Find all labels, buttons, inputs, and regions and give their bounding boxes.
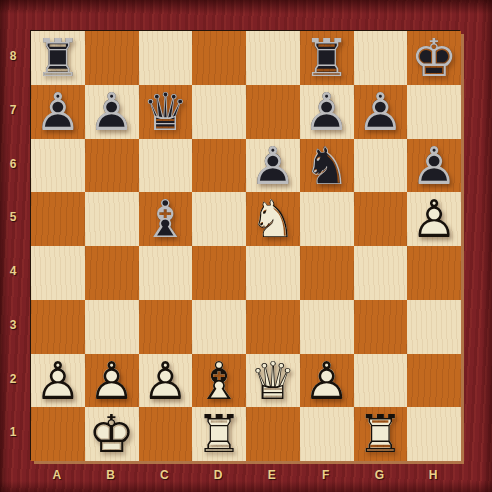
square-a7[interactable]: ♟♙	[31, 85, 85, 139]
file-label-c: C	[138, 461, 192, 491]
white-queen[interactable]: ♛♕	[246, 354, 300, 408]
square-f4[interactable]	[300, 246, 354, 300]
rank-label-2: 2	[0, 353, 26, 407]
square-h2[interactable]	[407, 354, 461, 408]
square-f8[interactable]: ♜♖	[300, 31, 354, 85]
square-a3[interactable]	[31, 300, 85, 354]
square-c1[interactable]	[139, 407, 193, 461]
square-c3[interactable]	[139, 300, 193, 354]
square-f1[interactable]	[300, 407, 354, 461]
white-pawn[interactable]: ♟♙	[407, 192, 461, 246]
square-f2[interactable]: ♟♙	[300, 354, 354, 408]
rank-label-8: 8	[0, 30, 26, 84]
square-e7[interactable]	[246, 85, 300, 139]
square-b4[interactable]	[85, 246, 139, 300]
square-b8[interactable]	[85, 31, 139, 85]
file-label-f: F	[299, 461, 353, 491]
square-e2[interactable]: ♛♕	[246, 354, 300, 408]
rank-label-6: 6	[0, 138, 26, 192]
square-g7[interactable]: ♟♙	[354, 85, 408, 139]
file-label-h: H	[406, 461, 460, 491]
square-e1[interactable]	[246, 407, 300, 461]
black-pawn[interactable]: ♟♙	[354, 85, 408, 139]
rank-label-7: 7	[0, 84, 26, 138]
square-h7[interactable]	[407, 85, 461, 139]
square-h3[interactable]	[407, 300, 461, 354]
square-b6[interactable]	[85, 139, 139, 193]
black-queen[interactable]: ♛♕	[139, 85, 193, 139]
square-g1[interactable]: ♜♖	[354, 407, 408, 461]
rank-label-3: 3	[0, 299, 26, 353]
black-pawn[interactable]: ♟♙	[407, 139, 461, 193]
square-d4[interactable]	[192, 246, 246, 300]
file-label-a: A	[30, 461, 84, 491]
square-b2[interactable]: ♟♙	[85, 354, 139, 408]
square-e5[interactable]: ♞♘	[246, 192, 300, 246]
square-c5[interactable]: ♝♗	[139, 192, 193, 246]
white-king[interactable]: ♚♔	[85, 407, 139, 461]
square-g4[interactable]	[354, 246, 408, 300]
square-c2[interactable]: ♟♙	[139, 354, 193, 408]
board-frame: ♜♖♜♖♚♔♟♙♟♙♛♕♟♙♟♙♟♙♞♘♟♙♝♗♞♘♟♙♟♙♟♙♟♙♝♗♛♕♟♙…	[0, 0, 492, 492]
square-d2[interactable]: ♝♗	[192, 354, 246, 408]
white-knight[interactable]: ♞♘	[246, 192, 300, 246]
square-a1[interactable]	[31, 407, 85, 461]
square-e6[interactable]: ♟♙	[246, 139, 300, 193]
square-d7[interactable]	[192, 85, 246, 139]
white-rook[interactable]: ♜♖	[192, 407, 246, 461]
square-a4[interactable]	[31, 246, 85, 300]
white-pawn[interactable]: ♟♙	[300, 354, 354, 408]
black-knight[interactable]: ♞♘	[300, 139, 354, 193]
square-b7[interactable]: ♟♙	[85, 85, 139, 139]
square-f7[interactable]: ♟♙	[300, 85, 354, 139]
square-d1[interactable]: ♜♖	[192, 407, 246, 461]
white-bishop[interactable]: ♝♗	[192, 354, 246, 408]
square-b5[interactable]	[85, 192, 139, 246]
square-g6[interactable]	[354, 139, 408, 193]
square-f3[interactable]	[300, 300, 354, 354]
rank-label-1: 1	[0, 406, 26, 460]
white-rook[interactable]: ♜♖	[354, 407, 408, 461]
square-f5[interactable]	[300, 192, 354, 246]
square-e3[interactable]	[246, 300, 300, 354]
square-c4[interactable]	[139, 246, 193, 300]
square-d8[interactable]	[192, 31, 246, 85]
square-f6[interactable]: ♞♘	[300, 139, 354, 193]
square-d6[interactable]	[192, 139, 246, 193]
white-pawn[interactable]: ♟♙	[31, 354, 85, 408]
square-h1[interactable]	[407, 407, 461, 461]
black-pawn[interactable]: ♟♙	[246, 139, 300, 193]
square-e8[interactable]	[246, 31, 300, 85]
file-label-d: D	[191, 461, 245, 491]
black-rook[interactable]: ♜♖	[300, 31, 354, 85]
file-label-e: E	[245, 461, 299, 491]
square-c6[interactable]	[139, 139, 193, 193]
square-a8[interactable]: ♜♖	[31, 31, 85, 85]
square-h5[interactable]: ♟♙	[407, 192, 461, 246]
rank-label-4: 4	[0, 245, 26, 299]
square-g5[interactable]	[354, 192, 408, 246]
file-label-g: G	[353, 461, 407, 491]
square-b1[interactable]: ♚♔	[85, 407, 139, 461]
black-pawn[interactable]: ♟♙	[85, 85, 139, 139]
square-c8[interactable]	[139, 31, 193, 85]
black-bishop[interactable]: ♝♗	[139, 192, 193, 246]
white-pawn[interactable]: ♟♙	[139, 354, 193, 408]
file-label-b: B	[84, 461, 138, 491]
rank-label-5: 5	[0, 191, 26, 245]
square-b3[interactable]	[85, 300, 139, 354]
square-g2[interactable]	[354, 354, 408, 408]
square-e4[interactable]	[246, 246, 300, 300]
square-g8[interactable]	[354, 31, 408, 85]
white-pawn[interactable]: ♟♙	[85, 354, 139, 408]
black-pawn[interactable]: ♟♙	[31, 85, 85, 139]
square-h6[interactable]: ♟♙	[407, 139, 461, 193]
black-rook[interactable]: ♜♖	[31, 31, 85, 85]
square-a2[interactable]: ♟♙	[31, 354, 85, 408]
black-king[interactable]: ♚♔	[407, 31, 461, 85]
chess-board: ♜♖♜♖♚♔♟♙♟♙♛♕♟♙♟♙♟♙♞♘♟♙♝♗♞♘♟♙♟♙♟♙♟♙♝♗♛♕♟♙…	[30, 30, 460, 460]
black-pawn[interactable]: ♟♙	[300, 85, 354, 139]
square-a6[interactable]	[31, 139, 85, 193]
square-d5[interactable]	[192, 192, 246, 246]
square-h4[interactable]	[407, 246, 461, 300]
square-a5[interactable]	[31, 192, 85, 246]
square-d3[interactable]	[192, 300, 246, 354]
square-g3[interactable]	[354, 300, 408, 354]
square-h8[interactable]: ♚♔	[407, 31, 461, 85]
square-c7[interactable]: ♛♕	[139, 85, 193, 139]
